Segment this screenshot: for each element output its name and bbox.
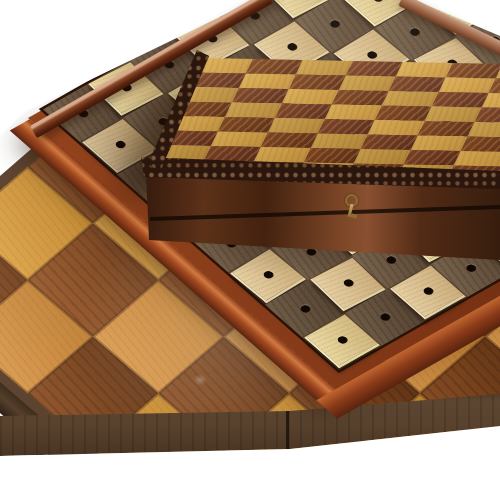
light-square [268, 118, 325, 134]
light-square [254, 147, 311, 163]
peg-hole [341, 278, 355, 288]
light-square [396, 62, 453, 78]
peg-hole [378, 312, 392, 322]
dark-square [332, 90, 389, 106]
dark-square [289, 75, 346, 91]
light-square [225, 103, 282, 119]
light-square [454, 151, 500, 167]
dark-square [346, 61, 403, 77]
peg-hole [464, 263, 478, 273]
light-square [296, 60, 353, 76]
dark-square [418, 121, 475, 137]
light-square [425, 107, 482, 123]
dark-square [389, 77, 446, 93]
light-square [411, 136, 468, 152]
dark-square [446, 63, 500, 79]
peg-hole [335, 335, 349, 345]
dark-square [318, 119, 375, 135]
dark-square [204, 146, 261, 162]
peg-hole [299, 304, 313, 314]
light-square [368, 120, 425, 136]
key-bit [351, 213, 358, 218]
dark-square [275, 104, 332, 120]
brass-key-icon [341, 194, 361, 224]
dark-square [404, 150, 461, 166]
peg-hole [421, 286, 435, 296]
dark-square [461, 137, 500, 153]
dark-square [218, 117, 275, 133]
peg-hole [408, 27, 422, 37]
light-square [311, 134, 368, 150]
peg-hole [328, 19, 342, 29]
peg-hole [261, 270, 275, 280]
light-square [339, 76, 396, 92]
dark-square [432, 92, 489, 108]
peg-hole [365, 50, 379, 60]
dark-square [375, 106, 432, 122]
dark-square [304, 148, 361, 164]
light-square [468, 122, 500, 138]
dark-square [261, 133, 318, 149]
light-square [211, 132, 268, 148]
light-square [354, 149, 411, 165]
dark-square [232, 88, 289, 104]
light-square [382, 91, 439, 107]
peg-hole [371, 0, 385, 3]
light-square [239, 74, 296, 90]
auction-photo-chess-boards [0, 0, 500, 500]
dark-square [246, 59, 303, 75]
peg-hole [285, 42, 299, 52]
light-square [282, 89, 339, 105]
dark-square [361, 135, 418, 151]
peg-hole [113, 140, 127, 150]
light-square [325, 105, 382, 121]
peg-hole [384, 255, 398, 265]
light-square [439, 78, 496, 94]
